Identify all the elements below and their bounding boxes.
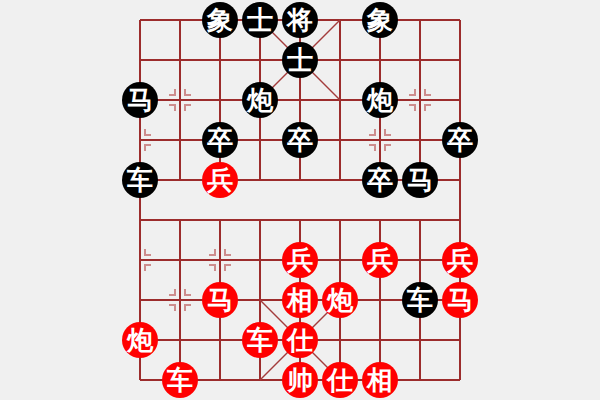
xiangqi-app: 象士将象士马炮炮卒卒卒车兵卒马兵兵兵马相炮车马炮车仕车帅仕相	[0, 0, 600, 400]
piece-black-horse[interactable]: 马	[402, 162, 438, 198]
piece-red-advisor[interactable]: 仕	[322, 362, 358, 398]
piece-red-horse[interactable]: 马	[202, 282, 238, 318]
piece-black-king[interactable]: 将	[282, 2, 318, 38]
piece-black-elephant[interactable]: 象	[362, 2, 398, 38]
piece-black-cannon[interactable]: 炮	[242, 82, 278, 118]
piece-red-soldier[interactable]: 兵	[282, 242, 318, 278]
piece-red-king[interactable]: 帅	[282, 362, 318, 398]
piece-red-elephant[interactable]: 相	[362, 362, 398, 398]
piece-black-advisor[interactable]: 士	[242, 2, 278, 38]
piece-black-soldier[interactable]: 卒	[442, 122, 478, 158]
piece-black-horse[interactable]: 马	[122, 82, 158, 118]
piece-black-chariot[interactable]: 车	[402, 282, 438, 318]
piece-red-soldier[interactable]: 兵	[442, 242, 478, 278]
piece-red-chariot[interactable]: 车	[162, 362, 198, 398]
piece-red-cannon[interactable]: 炮	[322, 282, 358, 318]
piece-black-soldier[interactable]: 卒	[202, 122, 238, 158]
piece-red-horse[interactable]: 马	[442, 282, 478, 318]
piece-black-advisor[interactable]: 士	[282, 42, 318, 78]
piece-red-soldier[interactable]: 兵	[202, 162, 238, 198]
piece-red-cannon[interactable]: 炮	[122, 322, 158, 358]
piece-red-soldier[interactable]: 兵	[362, 242, 398, 278]
piece-red-elephant[interactable]: 相	[282, 282, 318, 318]
xiangqi-board[interactable]: 象士将象士马炮炮卒卒卒车兵卒马兵兵兵马相炮车马炮车仕车帅仕相	[120, 0, 480, 400]
piece-black-chariot[interactable]: 车	[122, 162, 158, 198]
piece-black-soldier[interactable]: 卒	[362, 162, 398, 198]
piece-red-chariot[interactable]: 车	[242, 322, 278, 358]
piece-black-elephant[interactable]: 象	[202, 2, 238, 38]
piece-black-cannon[interactable]: 炮	[362, 82, 398, 118]
piece-black-soldier[interactable]: 卒	[282, 122, 318, 158]
piece-red-advisor[interactable]: 仕	[282, 322, 318, 358]
